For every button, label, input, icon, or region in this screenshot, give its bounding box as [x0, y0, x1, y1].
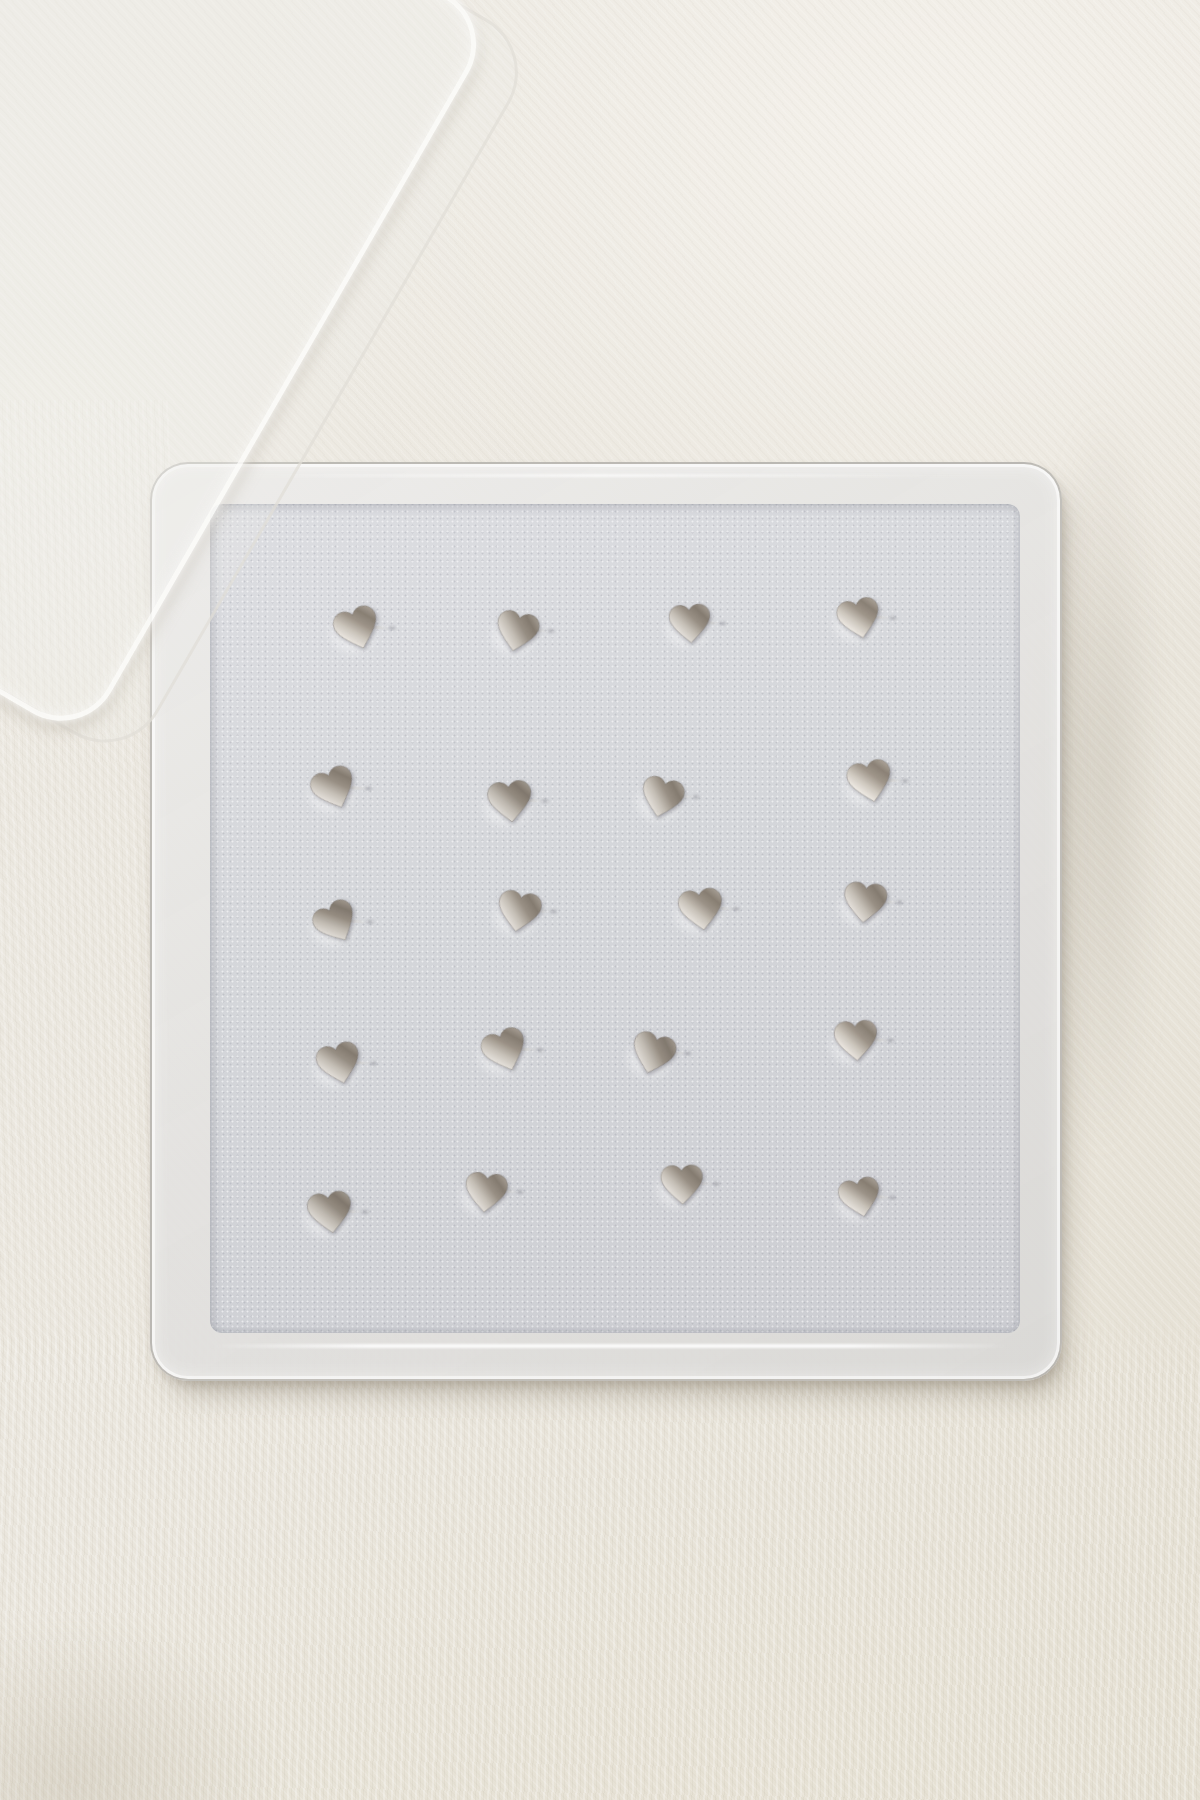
pin-shadow-dot	[718, 621, 728, 627]
heart-stud-r2c3	[639, 776, 685, 822]
heart-icon	[839, 878, 890, 927]
heart-stud-r5c1	[306, 1190, 354, 1238]
heart-stud-r3c1	[313, 901, 359, 947]
heart-stud-r4c2	[481, 1028, 529, 1076]
pin-shadow-dot	[682, 1050, 692, 1056]
heart-stud-r1c2	[494, 610, 540, 656]
heart-stud-r3c4	[842, 881, 889, 928]
heart-stud-r2c4	[846, 759, 894, 807]
heart-icon	[658, 1162, 705, 1207]
heart-stud-r2c1	[311, 767, 358, 814]
pin-shadow-dot	[900, 778, 910, 784]
heart-icon	[484, 777, 536, 827]
heart-stud-r1c3	[668, 603, 713, 648]
heart-icon	[492, 886, 546, 938]
heart-stud-r3c2	[496, 890, 543, 937]
pin-shadow-dot	[731, 906, 741, 912]
heart-stud-r2c2	[486, 779, 534, 827]
heart-stud-r5c2	[463, 1171, 509, 1217]
product-photo-scene	[0, 0, 1200, 1800]
heart-icon	[490, 606, 544, 658]
heart-stud-r5c4	[838, 1177, 883, 1222]
pin-shadow-dot	[540, 798, 550, 804]
heart-icon	[674, 884, 728, 935]
pin-shadow-dot	[888, 1195, 898, 1201]
heart-icon	[461, 1169, 511, 1217]
heart-icon	[831, 1017, 881, 1064]
pin-shadow-dot	[885, 1037, 895, 1043]
pin-shadow-dot	[535, 1047, 545, 1053]
heart-icon	[666, 601, 714, 646]
heart-stud-r4c4	[833, 1019, 880, 1066]
pin-shadow-dot	[894, 899, 904, 905]
pin-shadow-dot	[363, 785, 373, 791]
heart-icon	[303, 1187, 357, 1238]
pin-shadow-dot	[368, 1060, 378, 1066]
pin-shadow-dot	[548, 908, 558, 914]
heart-stud-r3c3	[677, 887, 725, 935]
heart-stud-r5c3	[659, 1163, 705, 1209]
heart-stud-r4c3	[630, 1032, 677, 1079]
pin-shadow-dot	[387, 625, 397, 631]
heart-stud-r1c4	[836, 597, 882, 643]
heart-stud-r4c1	[316, 1042, 363, 1089]
pin-shadow-dot	[360, 1209, 370, 1215]
heart-stud-r1c1	[333, 606, 381, 654]
